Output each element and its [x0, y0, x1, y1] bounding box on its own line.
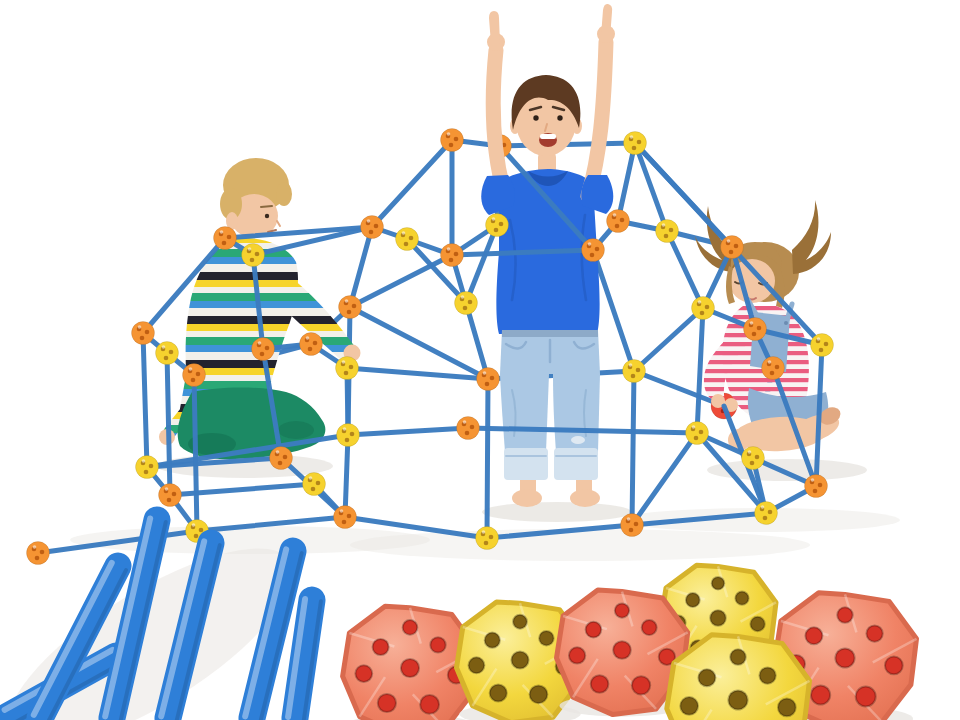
scene-svg	[0, 0, 960, 720]
product-photo-fort-kit	[0, 0, 960, 720]
foam-balls	[343, 565, 917, 720]
child-center-boy	[496, 75, 600, 507]
